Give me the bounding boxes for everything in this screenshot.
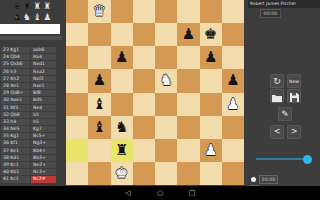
square-d1[interactable] <box>133 162 155 185</box>
move-black-29[interactable]: Bf8 <box>31 90 56 96</box>
captured-white-knight: ♞1 <box>23 7 31 23</box>
move-white-27[interactable]: 27 Kh2 <box>1 76 30 82</box>
black-king: ♚ <box>204 27 217 42</box>
move-black-23[interactable]: axb6 <box>31 47 56 53</box>
square-b1[interactable] <box>88 162 110 185</box>
square-c1[interactable]: ♚ <box>111 162 133 185</box>
folder-icon <box>272 87 282 106</box>
square-a1[interactable] <box>66 162 88 185</box>
square-f3[interactable] <box>177 116 199 139</box>
move-white-36[interactable]: 36 Kf1 <box>1 140 30 146</box>
square-f1[interactable] <box>177 162 199 185</box>
move-white-23[interactable]: 23 Kg1 <box>1 47 30 53</box>
move-white-41[interactable]: 41 Kc1 <box>1 176 30 182</box>
square-c7[interactable] <box>111 23 133 46</box>
captured-count: 6 <box>45 16 48 20</box>
edit-button[interactable]: ✎ <box>278 107 292 121</box>
square-d7[interactable] <box>133 23 155 46</box>
move-white-40[interactable]: 40 Kb1 <box>1 169 30 175</box>
floppy-disk-icon <box>290 87 299 106</box>
move-white-25[interactable]: 25 Qxb6 <box>1 61 30 67</box>
left-panel: ♛♜♜♜ ♟3♞1♝2♟6 23 Kg1axb624 Qb4Ra425 Qxb6… <box>0 0 62 186</box>
move-white-37[interactable]: 37 Ke1 <box>1 148 30 154</box>
square-h6[interactable] <box>222 46 244 69</box>
black-pawn: ♟ <box>115 50 128 65</box>
square-f7[interactable]: ♟ <box>177 23 199 46</box>
square-b2[interactable] <box>88 139 110 162</box>
game-position-slider[interactable] <box>256 153 312 165</box>
save-game-button[interactable] <box>287 89 301 103</box>
square-h4[interactable]: ♟ <box>222 93 244 116</box>
chevron-left-icon: < <box>274 128 281 136</box>
square-e2[interactable] <box>155 139 177 162</box>
square-g8[interactable] <box>200 0 222 23</box>
square-a2[interactable] <box>66 139 88 162</box>
move-black-25[interactable]: Nxd1 <box>31 61 56 67</box>
square-e1[interactable] <box>155 162 177 185</box>
square-d4[interactable] <box>133 93 155 116</box>
square-g6[interactable]: ♟ <box>200 46 222 69</box>
move-white-26[interactable]: 26 h3 <box>1 69 30 75</box>
square-a4[interactable] <box>66 93 88 116</box>
square-g7[interactable]: ♚ <box>200 23 222 46</box>
square-b8[interactable]: ♛ <box>88 0 110 23</box>
square-h5[interactable]: ♟ <box>222 69 244 92</box>
black-pawn: ♟ <box>204 50 217 65</box>
square-c4[interactable] <box>111 93 133 116</box>
square-g3[interactable] <box>200 116 222 139</box>
slider-thumb[interactable] <box>303 155 312 164</box>
captured-white-bishop: ♝2 <box>33 7 41 23</box>
square-h8[interactable] <box>222 0 244 23</box>
pencil-icon: ✎ <box>281 110 289 119</box>
square-h3[interactable] <box>222 116 244 139</box>
black-knight: ♞ <box>115 120 128 135</box>
move-black-28[interactable]: Rxe1 <box>31 83 56 89</box>
move-black-33[interactable]: h5 <box>31 119 56 125</box>
square-c5[interactable] <box>111 69 133 92</box>
restart-icon: ↻ <box>273 77 281 86</box>
move-black-34[interactable]: Kg7 <box>31 126 56 132</box>
square-b7[interactable] <box>88 23 110 46</box>
square-d8[interactable] <box>133 0 155 23</box>
black-rook: ♜ <box>115 143 128 158</box>
captured-black-pawn: ♟3 <box>13 7 21 23</box>
move-black-32[interactable]: b5 <box>31 112 56 118</box>
captured-count: 3 <box>15 16 18 20</box>
game-title: Robert James Fischer <box>248 0 320 8</box>
move-black-36[interactable]: Ng3+ <box>31 140 56 146</box>
square-a5[interactable] <box>66 69 88 92</box>
square-f5[interactable] <box>177 69 199 92</box>
move-black-27[interactable]: Nxf2 <box>31 76 56 82</box>
square-h7[interactable] <box>222 23 244 46</box>
white-king: ♚ <box>115 166 128 181</box>
captured-white-pawn: ♟6 <box>43 7 51 23</box>
captured-count: 1 <box>25 16 28 20</box>
square-e5[interactable]: ♞ <box>155 69 177 92</box>
white-queen: ♛ <box>93 4 106 19</box>
square-b6[interactable] <box>88 46 110 69</box>
nav-recents-icon[interactable]: □ <box>186 186 198 200</box>
square-e8[interactable] <box>155 0 177 23</box>
square-a7[interactable] <box>66 23 88 46</box>
captured-count: 2 <box>35 16 38 20</box>
square-c2[interactable]: ♜ <box>111 139 133 162</box>
move-black-31[interactable]: Ne4 <box>31 105 56 111</box>
move-black-26[interactable]: Rxa2 <box>31 69 56 75</box>
black-pawn: ♟ <box>226 73 239 88</box>
square-a8[interactable] <box>66 0 88 23</box>
move-white-29[interactable]: 29 Qd8+ <box>1 90 30 96</box>
white-pawn: ♟ <box>204 143 217 158</box>
square-b3[interactable]: ♝ <box>88 116 110 139</box>
white-knight: ♞ <box>159 73 172 88</box>
square-d2[interactable] <box>133 139 155 162</box>
square-f8[interactable] <box>177 0 199 23</box>
open-game-button[interactable] <box>270 89 284 103</box>
square-c8[interactable] <box>111 0 133 23</box>
white-pawn: ♟ <box>226 97 239 112</box>
square-a3[interactable] <box>66 116 88 139</box>
square-e4[interactable] <box>155 93 177 116</box>
move-white-38[interactable]: 38 Kd1 <box>1 155 30 161</box>
previous-move-button[interactable]: < <box>270 125 284 139</box>
black-pawn: ♟ <box>93 73 106 88</box>
square-f2[interactable] <box>177 139 199 162</box>
square-d5[interactable] <box>133 69 155 92</box>
square-g4[interactable] <box>200 93 222 116</box>
move-black-30[interactable]: Bd5 <box>31 97 56 103</box>
white-clock: 00:00 <box>260 9 281 18</box>
right-panel: Robert James Fischer 00:00 ↻ New ✎ < > <box>248 0 320 186</box>
android-nav-bar: ◁ ○ □ <box>0 186 320 200</box>
chess-app-screen: ♛♜♜♜ ♟3♞1♝2♟6 23 Kg1axb624 Qb4Ra425 Qxb6… <box>0 0 320 200</box>
square-e6[interactable] <box>155 46 177 69</box>
move-white-30[interactable]: 30 Nxe1 <box>1 97 30 103</box>
move-black-35[interactable]: Bc5+ <box>31 133 56 139</box>
square-e7[interactable] <box>155 23 177 46</box>
square-h1[interactable] <box>222 162 244 185</box>
move-black-38[interactable]: Bb3+ <box>31 155 56 161</box>
next-move-button[interactable]: > <box>287 125 301 139</box>
move-black-39[interactable]: Ne2+ <box>31 162 56 168</box>
square-h2[interactable] <box>222 139 244 162</box>
move-white-35[interactable]: 35 Kg1 <box>1 133 30 139</box>
black-bishop: ♝ <box>93 97 106 112</box>
square-d6[interactable] <box>133 46 155 69</box>
square-b5[interactable]: ♟ <box>88 69 110 92</box>
chess-board: ♛♟♚♟♟♟♞♟♝♟♝♞♜♟♚ <box>66 0 244 185</box>
captured-pieces-row-minor: ♟3♞1♝2♟6 <box>13 12 51 23</box>
nav-back-icon[interactable]: ◁ <box>122 186 134 200</box>
square-e3[interactable] <box>155 116 177 139</box>
square-a6[interactable] <box>66 46 88 69</box>
square-g5[interactable] <box>200 69 222 92</box>
square-c6[interactable]: ♟ <box>111 46 133 69</box>
move-white-31[interactable]: 31 Nf3 <box>1 105 30 111</box>
square-d3[interactable] <box>133 116 155 139</box>
move-white-24[interactable]: 24 Qb4 <box>1 54 30 60</box>
move-black-40[interactable]: Nc3+ <box>31 169 56 175</box>
text-input[interactable] <box>0 24 60 34</box>
square-g1[interactable] <box>200 162 222 185</box>
chevron-right-icon: > <box>291 128 298 136</box>
move-black-41[interactable]: Rc2# <box>31 176 56 182</box>
panel-divider <box>0 36 62 40</box>
square-g2[interactable]: ♟ <box>200 139 222 162</box>
black-clock: 00:00 <box>259 175 278 184</box>
player-turn-indicator-icon <box>251 177 256 182</box>
move-list: 23 Kg1axb624 Qb4Ra425 Qxb6Nxd126 h3Rxa22… <box>1 47 56 183</box>
square-c3[interactable]: ♞ <box>111 116 133 139</box>
move-black-37[interactable]: Bb4+ <box>31 148 56 154</box>
move-white-32[interactable]: 32 Qb8 <box>1 112 30 118</box>
move-black-24[interactable]: Ra4 <box>31 54 56 60</box>
move-white-28[interactable]: 28 Re1 <box>1 83 30 89</box>
nav-home-icon[interactable]: ○ <box>154 186 166 200</box>
square-b4[interactable]: ♝ <box>88 93 110 116</box>
move-white-34[interactable]: 34 Ne5 <box>1 126 30 132</box>
square-f6[interactable] <box>177 46 199 69</box>
move-white-33[interactable]: 33 h4 <box>1 119 30 125</box>
black-bishop: ♝ <box>93 120 106 135</box>
move-white-39[interactable]: 39 Kc1 <box>1 162 30 168</box>
square-f4[interactable] <box>177 93 199 116</box>
black-pawn: ♟ <box>182 27 195 42</box>
